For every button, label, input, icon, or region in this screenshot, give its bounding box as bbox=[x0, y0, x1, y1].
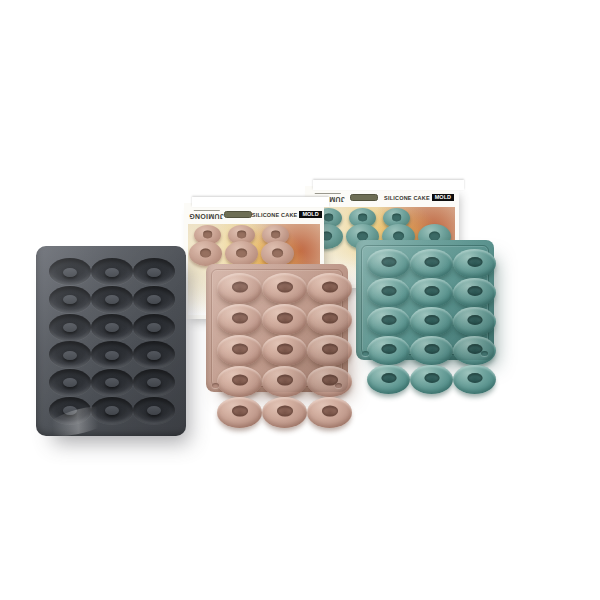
bump-grid bbox=[356, 240, 494, 360]
donut-bump bbox=[307, 397, 352, 428]
title-block: SILICONE CAKE MOLD bbox=[384, 194, 454, 202]
brand-tagline-line bbox=[193, 210, 219, 211]
donut-cavity bbox=[49, 397, 91, 424]
donut-bump bbox=[453, 336, 496, 365]
corner-hole bbox=[362, 351, 369, 356]
donut-bump bbox=[217, 366, 262, 397]
donut-bump bbox=[410, 307, 453, 336]
product-photo-scene: JUMIONG SILICONE CAKE MOLD JUMIONG SILIC… bbox=[0, 0, 600, 600]
donut-bump bbox=[410, 336, 453, 365]
donut-cavity bbox=[133, 369, 175, 396]
donut-cavity bbox=[91, 314, 133, 341]
corner-hole bbox=[335, 383, 342, 388]
donut-bump bbox=[262, 397, 307, 428]
donut-cavity bbox=[49, 258, 91, 285]
donut-bump bbox=[367, 307, 410, 336]
donut-bump bbox=[367, 249, 410, 278]
teal-mold bbox=[356, 240, 494, 360]
donut-cavity bbox=[49, 286, 91, 313]
printed-donut bbox=[189, 241, 222, 266]
card-header: JUMIONG SILICONE CAKE MOLD bbox=[188, 207, 320, 224]
printed-donut bbox=[225, 241, 258, 266]
donut-cavity bbox=[133, 258, 175, 285]
donut-cavity bbox=[49, 314, 91, 341]
donut-bump bbox=[410, 365, 453, 394]
donut-cavity bbox=[133, 341, 175, 368]
donut-cavity bbox=[91, 397, 133, 424]
corner-hole bbox=[481, 351, 488, 356]
product-title: SILICONE CAKE bbox=[384, 195, 430, 201]
donut-bump bbox=[262, 366, 307, 397]
donut-bump bbox=[453, 365, 496, 394]
mold-badge: MOLD bbox=[299, 211, 321, 219]
gray-mold bbox=[36, 246, 186, 436]
product-title: SILICONE CAKE bbox=[252, 212, 298, 218]
donut-cavity bbox=[49, 369, 91, 396]
donut-bump bbox=[367, 336, 410, 365]
donut-bump bbox=[217, 335, 262, 366]
donut-bump bbox=[217, 397, 262, 428]
hang-slot bbox=[224, 211, 252, 218]
donut-cavity bbox=[49, 341, 91, 368]
donut-cavity bbox=[133, 397, 175, 424]
cavity-grid bbox=[36, 246, 186, 436]
bump-grid bbox=[206, 264, 348, 392]
printed-donut bbox=[261, 241, 294, 266]
card-header: JUMIONG SILICONE CAKE MOLD bbox=[309, 190, 455, 207]
hang-slot bbox=[350, 194, 378, 201]
donut-bump bbox=[307, 335, 352, 366]
donut-bump bbox=[367, 278, 410, 307]
donut-bump bbox=[307, 304, 352, 335]
donut-bump bbox=[307, 366, 352, 397]
donut-cavity bbox=[133, 314, 175, 341]
donut-bump bbox=[453, 278, 496, 307]
donut-bump bbox=[453, 307, 496, 336]
mold-badge: MOLD bbox=[432, 194, 454, 202]
donut-bump bbox=[410, 278, 453, 307]
donut-cavity bbox=[133, 286, 175, 313]
pink-mold bbox=[206, 264, 348, 392]
donut-bump bbox=[262, 335, 307, 366]
brand-tagline-line bbox=[314, 193, 340, 194]
donut-cavity bbox=[91, 258, 133, 285]
donut-cavity bbox=[91, 341, 133, 368]
title-block: SILICONE CAKE MOLD bbox=[252, 211, 322, 219]
donut-bump bbox=[262, 273, 307, 304]
donut-cavity bbox=[91, 369, 133, 396]
brand-text: JUMIONG bbox=[189, 213, 224, 220]
donut-bump bbox=[410, 249, 453, 278]
corner-hole bbox=[212, 383, 219, 388]
donut-bump bbox=[217, 304, 262, 335]
donut-bump bbox=[453, 249, 496, 278]
donut-bump bbox=[307, 273, 352, 304]
brand-block: JUMIONG bbox=[189, 210, 224, 220]
donut-bump bbox=[367, 365, 410, 394]
donut-cavity bbox=[91, 286, 133, 313]
donut-bump bbox=[217, 273, 262, 304]
donut-bump bbox=[262, 304, 307, 335]
